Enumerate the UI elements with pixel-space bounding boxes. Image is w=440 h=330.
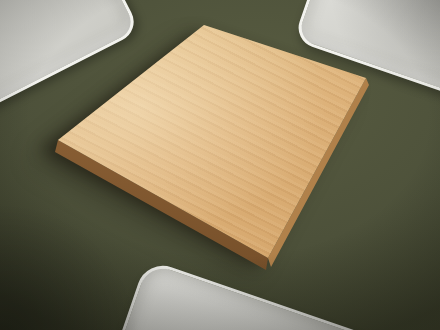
pieces-layer bbox=[0, 0, 440, 330]
scene bbox=[0, 0, 440, 330]
